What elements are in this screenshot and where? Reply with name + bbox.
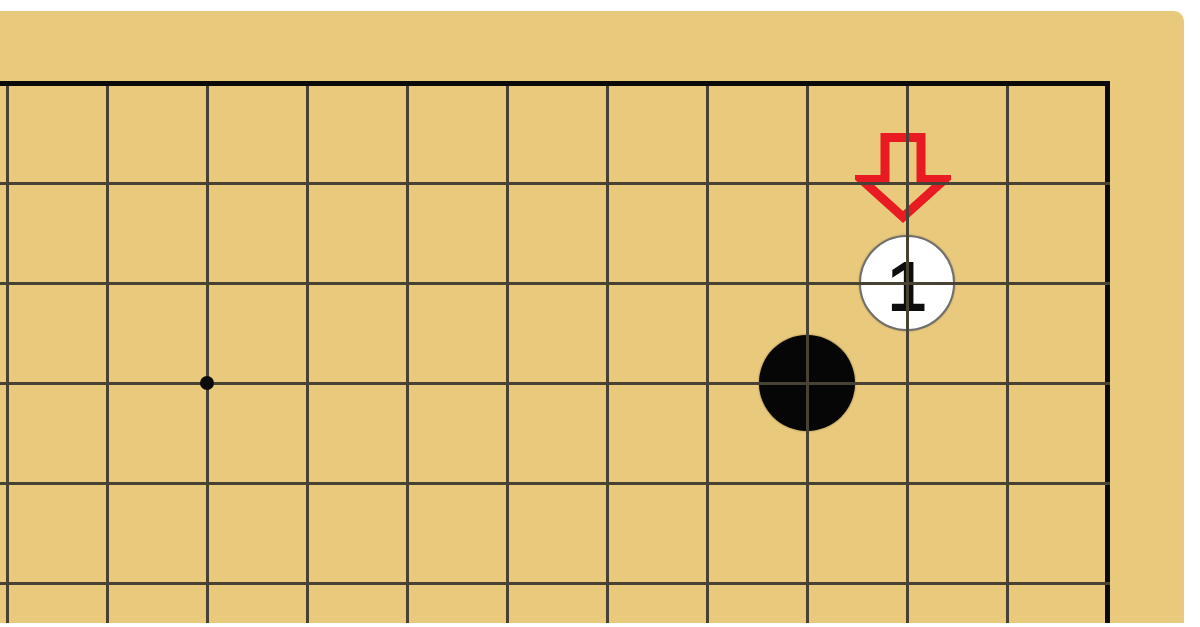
grid-line-horizontal [0, 482, 1110, 485]
grid-line-vertical [6, 81, 9, 624]
grid-line-vertical [706, 81, 709, 624]
board-edge-top [0, 81, 1110, 86]
go-diagram: 1 [0, 0, 1200, 627]
grid-line-horizontal [0, 382, 1110, 385]
grid-line-vertical [906, 81, 909, 624]
grid-line-vertical [106, 81, 109, 624]
grid-line-vertical [506, 81, 509, 624]
grid-line-vertical [306, 81, 309, 624]
grid-line-horizontal [0, 582, 1110, 585]
grid-line-vertical [406, 81, 409, 624]
board-edge-right [1105, 81, 1110, 624]
grid-line-vertical [806, 81, 809, 624]
grid-line-vertical [606, 81, 609, 624]
star-point-k16 [200, 376, 214, 390]
grid-line-horizontal [0, 182, 1110, 185]
grid-line-horizontal [0, 282, 1110, 285]
down-arrow-icon [855, 130, 951, 226]
grid-line-vertical [206, 81, 209, 624]
grid-line-vertical [1006, 81, 1009, 624]
